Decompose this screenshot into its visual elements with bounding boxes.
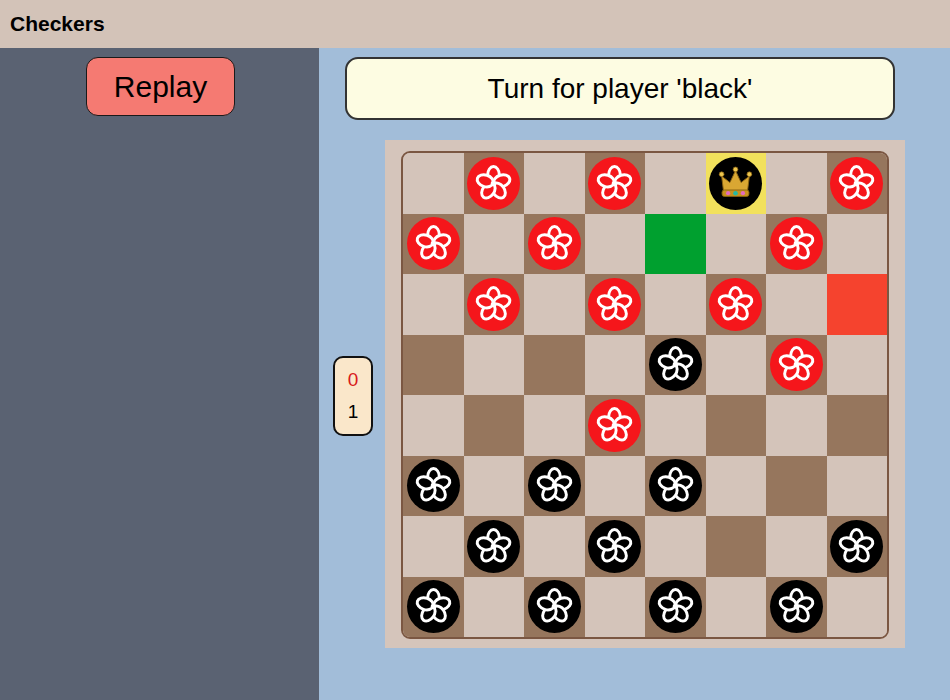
board-cell[interactable]	[706, 335, 767, 396]
board-cell[interactable]	[827, 456, 888, 517]
board-cell[interactable]	[827, 577, 888, 638]
florette-flower-icon	[475, 286, 512, 323]
florette-flower-icon	[475, 528, 512, 565]
board-cell[interactable]	[464, 274, 525, 335]
top-bar: Checkers	[0, 0, 950, 48]
board-frame	[385, 140, 905, 648]
florette-flower-icon	[536, 588, 573, 625]
red-piece[interactable]	[528, 217, 581, 270]
board-cell[interactable]	[403, 214, 464, 275]
board-cell[interactable]	[524, 274, 585, 335]
board-cell[interactable]	[524, 153, 585, 214]
florette-flower-icon	[657, 467, 694, 504]
florette-flower-icon	[415, 225, 452, 262]
board-cell[interactable]	[827, 153, 888, 214]
florette-flower-icon	[475, 165, 512, 202]
turn-status-banner: Turn for player 'black'	[345, 57, 895, 120]
board-cell[interactable]	[585, 274, 646, 335]
black-piece[interactable]	[649, 580, 702, 633]
florette-flower-icon	[717, 286, 754, 323]
board-cell[interactable]	[706, 456, 767, 517]
board-cell[interactable]	[464, 214, 525, 275]
crown-icon	[717, 165, 754, 202]
board-cell[interactable]	[403, 395, 464, 456]
red-piece[interactable]	[588, 157, 641, 210]
board-cell[interactable]	[766, 274, 827, 335]
sidebar: Replay	[0, 48, 319, 700]
florette-flower-icon	[778, 588, 815, 625]
florette-flower-icon	[657, 346, 694, 383]
board-cell[interactable]	[464, 395, 525, 456]
board-cell[interactable]	[645, 335, 706, 396]
black-piece[interactable]	[467, 520, 520, 573]
red-score: 0	[348, 369, 359, 391]
board-cell[interactable]	[645, 395, 706, 456]
board-cell[interactable]	[706, 516, 767, 577]
board-cell[interactable]	[827, 335, 888, 396]
board-cell[interactable]	[827, 395, 888, 456]
florette-flower-icon	[415, 467, 452, 504]
board-cell[interactable]	[403, 456, 464, 517]
board-cell[interactable]	[706, 395, 767, 456]
florette-flower-icon	[838, 165, 875, 202]
red-piece[interactable]	[709, 278, 762, 331]
board-cell[interactable]	[524, 516, 585, 577]
board-cell[interactable]	[464, 153, 525, 214]
florette-flower-icon	[536, 467, 573, 504]
board-cell[interactable]	[645, 577, 706, 638]
board-cell[interactable]	[585, 577, 646, 638]
black-king-piece[interactable]	[709, 157, 762, 210]
board-cell[interactable]	[464, 456, 525, 517]
board-cell[interactable]	[464, 516, 525, 577]
red-piece[interactable]	[467, 157, 520, 210]
red-piece[interactable]	[407, 217, 460, 270]
red-piece[interactable]	[467, 278, 520, 331]
board-cell[interactable]	[766, 335, 827, 396]
black-piece[interactable]	[649, 459, 702, 512]
florette-flower-icon	[838, 528, 875, 565]
board-cell[interactable]	[524, 456, 585, 517]
board-cell[interactable]	[403, 335, 464, 396]
board-cell[interactable]	[827, 274, 888, 335]
red-piece[interactable]	[588, 399, 641, 452]
red-piece[interactable]	[830, 157, 883, 210]
board-cell[interactable]	[524, 395, 585, 456]
black-piece[interactable]	[770, 580, 823, 633]
board-cell[interactable]	[645, 214, 706, 275]
turn-status-text: Turn for player 'black'	[488, 73, 753, 105]
board-cell[interactable]	[645, 516, 706, 577]
board-cell[interactable]	[766, 516, 827, 577]
board-cell[interactable]	[706, 214, 767, 275]
board-cell[interactable]	[585, 456, 646, 517]
app-title: Checkers	[10, 12, 105, 36]
red-piece[interactable]	[770, 217, 823, 270]
florette-flower-icon	[778, 346, 815, 383]
black-piece[interactable]	[407, 459, 460, 512]
board-cell[interactable]	[403, 153, 464, 214]
red-piece[interactable]	[770, 338, 823, 391]
red-piece[interactable]	[588, 278, 641, 331]
board-cell[interactable]	[585, 516, 646, 577]
board-cell[interactable]	[766, 456, 827, 517]
florette-flower-icon	[657, 588, 694, 625]
board-cell[interactable]	[585, 395, 646, 456]
board-cell[interactable]	[585, 214, 646, 275]
checkers-board	[401, 151, 889, 639]
florette-flower-icon	[596, 165, 633, 202]
board-cell[interactable]	[645, 274, 706, 335]
board-cell[interactable]	[706, 274, 767, 335]
black-piece[interactable]	[588, 520, 641, 573]
board-cell[interactable]	[706, 577, 767, 638]
florette-flower-icon	[536, 225, 573, 262]
board-cell[interactable]	[464, 577, 525, 638]
board-cell[interactable]	[706, 153, 767, 214]
score-panel: 0 1	[333, 356, 373, 436]
black-piece[interactable]	[528, 580, 581, 633]
board-cell[interactable]	[827, 214, 888, 275]
board-cell[interactable]	[766, 214, 827, 275]
black-piece[interactable]	[407, 580, 460, 633]
replay-button[interactable]: Replay	[86, 57, 235, 116]
black-score: 1	[348, 401, 359, 423]
florette-flower-icon	[596, 407, 633, 444]
florette-flower-icon	[596, 286, 633, 323]
board-cell[interactable]	[766, 395, 827, 456]
board-cell[interactable]	[766, 577, 827, 638]
board-cell[interactable]	[403, 274, 464, 335]
board-cell[interactable]	[524, 214, 585, 275]
black-piece[interactable]	[649, 338, 702, 391]
board-cell[interactable]	[464, 335, 525, 396]
black-piece[interactable]	[830, 520, 883, 573]
board-cell[interactable]	[585, 335, 646, 396]
board-cell[interactable]	[524, 335, 585, 396]
main-area: Turn for player 'black' 0 1	[319, 48, 950, 700]
florette-flower-icon	[596, 528, 633, 565]
florette-flower-icon	[778, 225, 815, 262]
black-piece[interactable]	[528, 459, 581, 512]
board-cell[interactable]	[827, 516, 888, 577]
board-cell[interactable]	[585, 153, 646, 214]
board-cell[interactable]	[766, 153, 827, 214]
board-cell[interactable]	[524, 577, 585, 638]
board-cell[interactable]	[645, 456, 706, 517]
board-cell[interactable]	[403, 516, 464, 577]
board-cell[interactable]	[645, 153, 706, 214]
board-cell[interactable]	[403, 577, 464, 638]
florette-flower-icon	[415, 588, 452, 625]
